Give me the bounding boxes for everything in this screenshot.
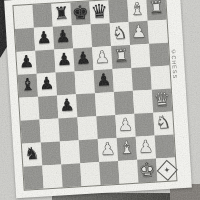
white-bishop: ♝ (119, 139, 135, 157)
black-pawn: ♟ (56, 51, 72, 69)
square-a7 (15, 28, 35, 52)
photo-background: ♜♚♛♝♜♟♟♞♟♟♟♟♟♜♝♟♟♟♛♟♞♞♟♝♟♚ ©CHESS ✦ (0, 0, 200, 200)
square-d4 (76, 93, 96, 117)
square-e8: ♛ (89, 0, 109, 24)
black-queen: ♛ (90, 1, 108, 21)
black-pawn: ♟ (55, 28, 71, 46)
square-c5 (56, 71, 76, 95)
black-pawn: ♟ (96, 71, 112, 89)
square-d8: ♚ (70, 1, 90, 25)
white-pawn: ♟ (138, 138, 154, 156)
square-b4 (38, 96, 58, 120)
square-g2: ♟ (136, 136, 156, 160)
square-f3: ♟ (115, 114, 135, 138)
black-pawn: ♟ (18, 53, 34, 71)
square-a1 (23, 166, 43, 190)
square-f1 (118, 160, 138, 184)
square-e4 (95, 92, 115, 116)
square-h4: ♛ (152, 89, 172, 113)
square-h5 (150, 66, 170, 90)
square-f2: ♝ (117, 137, 137, 161)
square-h7 (148, 20, 168, 44)
black-pawn: ♟ (36, 29, 52, 47)
square-g6 (130, 44, 150, 68)
black-bishop: ♝ (20, 76, 36, 94)
square-b2 (41, 141, 61, 165)
square-b5: ♟ (37, 73, 57, 97)
square-b6 (35, 50, 55, 74)
white-king: ♚ (138, 160, 156, 180)
square-d6: ♟ (73, 47, 93, 71)
white-knight: ♞ (155, 114, 171, 132)
chess-board: ♜♚♛♝♜♟♟♞♟♟♟♟♟♜♝♟♟♟♛♟♞♞♟♝♟♚ ©CHESS ✦ (4, 0, 192, 198)
square-d1 (80, 162, 100, 186)
square-f4 (114, 91, 134, 115)
square-d7 (72, 24, 92, 48)
square-g8: ♝ (127, 0, 147, 22)
black-pawn: ♟ (75, 49, 91, 67)
square-f8 (108, 0, 128, 23)
white-pawn: ♟ (94, 48, 110, 66)
square-b3 (39, 118, 59, 142)
black-knight: ♞ (24, 145, 40, 163)
square-f7: ♞ (110, 22, 130, 46)
square-c8: ♜ (51, 3, 71, 27)
square-a2: ♞ (22, 143, 42, 167)
diamond-logo-glyph: ✦ (164, 166, 171, 174)
square-a3 (20, 120, 40, 144)
square-d3 (77, 116, 97, 140)
square-e6: ♟ (92, 46, 112, 70)
square-c3 (58, 117, 78, 141)
square-g3 (134, 113, 154, 137)
square-h2 (155, 134, 175, 158)
square-c7: ♟ (53, 25, 73, 49)
white-pawn: ♟ (131, 23, 147, 41)
square-d5 (75, 70, 95, 94)
square-a5: ♝ (18, 74, 38, 98)
square-e2: ♟ (98, 138, 118, 162)
square-e3 (96, 115, 116, 139)
board-brand-text: ©CHESS (170, 48, 178, 79)
square-f5 (113, 68, 133, 92)
square-b8 (32, 4, 52, 28)
square-b1 (42, 164, 62, 188)
black-rook: ♜ (53, 5, 69, 23)
square-f6: ♜ (111, 45, 131, 69)
square-e7 (91, 23, 111, 47)
white-knight: ♞ (112, 24, 128, 42)
square-c6: ♟ (54, 48, 74, 72)
white-pawn: ♟ (117, 116, 133, 134)
white-queen: ♛ (153, 90, 171, 110)
white-rook: ♜ (113, 47, 129, 65)
black-pawn: ♟ (39, 75, 55, 93)
black-pawn: ♟ (59, 96, 75, 114)
black-king: ♚ (71, 2, 89, 22)
white-pawn: ♟ (100, 140, 116, 158)
square-b7: ♟ (34, 27, 54, 51)
square-h8: ♜ (146, 0, 166, 21)
square-c4: ♟ (57, 94, 77, 118)
square-a6: ♟ (16, 51, 36, 75)
white-rook: ♜ (148, 0, 164, 17)
square-h6 (149, 43, 169, 67)
square-e1 (99, 161, 119, 185)
square-d2 (79, 139, 99, 163)
square-a8 (13, 5, 33, 29)
square-g1: ♚ (137, 159, 157, 183)
square-g4 (133, 90, 153, 114)
square-h3: ♞ (153, 112, 173, 136)
square-c2 (60, 140, 80, 164)
square-a4 (19, 97, 39, 121)
board-grid: ♜♚♛♝♜♟♟♞♟♟♟♟♟♜♝♟♟♟♛♟♞♞♟♝♟♚ (13, 0, 176, 190)
square-g5 (131, 67, 151, 91)
square-c1 (61, 163, 81, 187)
square-g7: ♟ (129, 21, 149, 45)
square-e5: ♟ (94, 69, 114, 93)
white-bishop: ♝ (129, 0, 145, 18)
